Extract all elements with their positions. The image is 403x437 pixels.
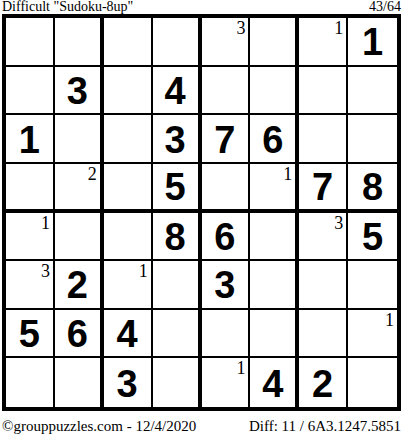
corner-mark: 1 [385, 311, 394, 331]
corner-mark: 1 [139, 262, 148, 282]
cell-r4c5[interactable] [202, 164, 251, 213]
cell-r8c4[interactable] [153, 358, 202, 407]
cell-r5c3[interactable] [104, 213, 153, 262]
corner-mark: 3 [41, 262, 50, 282]
puzzle-counter: 43/64 [369, 0, 401, 14]
corner-mark: 2 [88, 165, 97, 185]
given-digit: 2 [67, 266, 88, 304]
cell-r8c5[interactable]: 1 [202, 358, 251, 407]
given-digit: 3 [67, 72, 88, 110]
cell-r5c6[interactable] [250, 213, 299, 262]
cell-r6c8[interactable] [348, 261, 397, 310]
cell-r5c4[interactable]: 8 [153, 213, 202, 262]
cell-r5c7[interactable]: 3 [299, 213, 348, 262]
sudoku-page: Difficult "Sudoku-8up" 43/64 31134137625… [0, 0, 403, 437]
given-digit: 3 [164, 121, 185, 159]
cell-r7c8[interactable]: 1 [348, 310, 397, 359]
cell-r6c4[interactable] [153, 261, 202, 310]
cell-r4c2[interactable]: 2 [55, 164, 104, 213]
cell-r8c7[interactable]: 2 [299, 358, 348, 407]
copyright-text: ©grouppuzzles.com - 12/4/2020 [2, 417, 196, 435]
cell-r8c6[interactable]: 4 [250, 358, 299, 407]
cell-r2c5[interactable] [202, 67, 251, 116]
cell-r2c2[interactable]: 3 [55, 67, 104, 116]
cell-r6c2[interactable]: 2 [55, 261, 104, 310]
cell-r8c3[interactable]: 3 [104, 358, 153, 407]
cell-r6c3[interactable]: 1 [104, 261, 153, 310]
corner-mark: 1 [334, 19, 343, 39]
cell-r4c7[interactable]: 7 [299, 164, 348, 213]
given-digit: 8 [362, 168, 383, 206]
cell-r1c3[interactable] [104, 18, 153, 67]
given-digit: 1 [19, 121, 40, 159]
given-digit: 5 [164, 168, 185, 206]
cell-r1c7[interactable]: 1 [299, 18, 348, 67]
given-digit: 7 [312, 168, 333, 206]
cell-r7c2[interactable]: 6 [55, 310, 104, 359]
given-digit: 4 [164, 72, 185, 110]
cell-r7c5[interactable] [202, 310, 251, 359]
cell-r5c8[interactable]: 5 [348, 213, 397, 262]
cell-r1c6[interactable] [250, 18, 299, 67]
cell-r6c7[interactable] [299, 261, 348, 310]
header: Difficult "Sudoku-8up" 43/64 [0, 0, 403, 14]
cell-r4c1[interactable] [6, 164, 55, 213]
cell-r7c3[interactable]: 4 [104, 310, 153, 359]
cell-r7c1[interactable]: 5 [6, 310, 55, 359]
cell-r3c5[interactable]: 7 [202, 115, 251, 164]
puzzle-title: Difficult "Sudoku-8up" [2, 0, 133, 14]
cell-r7c4[interactable] [153, 310, 202, 359]
sudoku-grid: 3113413762517818635321356413142 [2, 14, 401, 411]
cell-r3c6[interactable]: 6 [250, 115, 299, 164]
cell-r4c4[interactable]: 5 [153, 164, 202, 213]
cell-r3c1[interactable]: 1 [6, 115, 55, 164]
difficulty-text: Diff: 11 / 6A3.1247.5851 [249, 417, 401, 435]
given-digit: 3 [214, 266, 235, 304]
cell-r3c7[interactable] [299, 115, 348, 164]
given-digit: 6 [262, 121, 283, 159]
given-digit: 5 [362, 218, 383, 256]
cell-r6c6[interactable] [250, 261, 299, 310]
cell-r4c6[interactable]: 1 [250, 164, 299, 213]
cell-r1c8[interactable]: 1 [348, 18, 397, 67]
cell-r2c7[interactable] [299, 67, 348, 116]
cell-r8c1[interactable] [6, 358, 55, 407]
cell-r5c2[interactable] [55, 213, 104, 262]
corner-mark: 1 [236, 359, 245, 379]
cell-r3c4[interactable]: 3 [153, 115, 202, 164]
cell-r2c4[interactable]: 4 [153, 67, 202, 116]
given-digit: 7 [214, 121, 235, 159]
cell-r1c2[interactable] [55, 18, 104, 67]
cell-r4c8[interactable]: 8 [348, 164, 397, 213]
cell-r3c2[interactable] [55, 115, 104, 164]
cell-r1c1[interactable] [6, 18, 55, 67]
cell-r7c6[interactable] [250, 310, 299, 359]
given-digit: 2 [312, 365, 333, 403]
cell-r6c1[interactable]: 3 [6, 261, 55, 310]
cell-r3c8[interactable] [348, 115, 397, 164]
corner-mark: 1 [41, 214, 50, 234]
given-digit: 5 [19, 315, 40, 353]
given-digit: 3 [117, 365, 138, 403]
corner-mark: 1 [283, 165, 292, 185]
cell-r1c5[interactable]: 3 [202, 18, 251, 67]
cell-r4c3[interactable] [104, 164, 153, 213]
cell-r1c4[interactable] [153, 18, 202, 67]
cell-r6c5[interactable]: 3 [202, 261, 251, 310]
given-digit: 4 [262, 365, 283, 403]
cell-r2c8[interactable] [348, 67, 397, 116]
cell-r8c8[interactable] [348, 358, 397, 407]
given-digit: 1 [362, 23, 383, 61]
corner-mark: 3 [236, 19, 245, 39]
cell-r5c5[interactable]: 6 [202, 213, 251, 262]
given-digit: 8 [164, 218, 185, 256]
cell-r2c1[interactable] [6, 67, 55, 116]
given-digit: 6 [214, 218, 235, 256]
cell-r2c6[interactable] [250, 67, 299, 116]
footer: ©grouppuzzles.com - 12/4/2020 Diff: 11 /… [0, 417, 403, 435]
given-digit: 4 [117, 315, 138, 353]
cell-r7c7[interactable] [299, 310, 348, 359]
cell-r8c2[interactable] [55, 358, 104, 407]
cell-r2c3[interactable] [104, 67, 153, 116]
corner-mark: 3 [334, 214, 343, 234]
cell-r3c3[interactable] [104, 115, 153, 164]
given-digit: 6 [67, 315, 88, 353]
cell-r5c1[interactable]: 1 [6, 213, 55, 262]
